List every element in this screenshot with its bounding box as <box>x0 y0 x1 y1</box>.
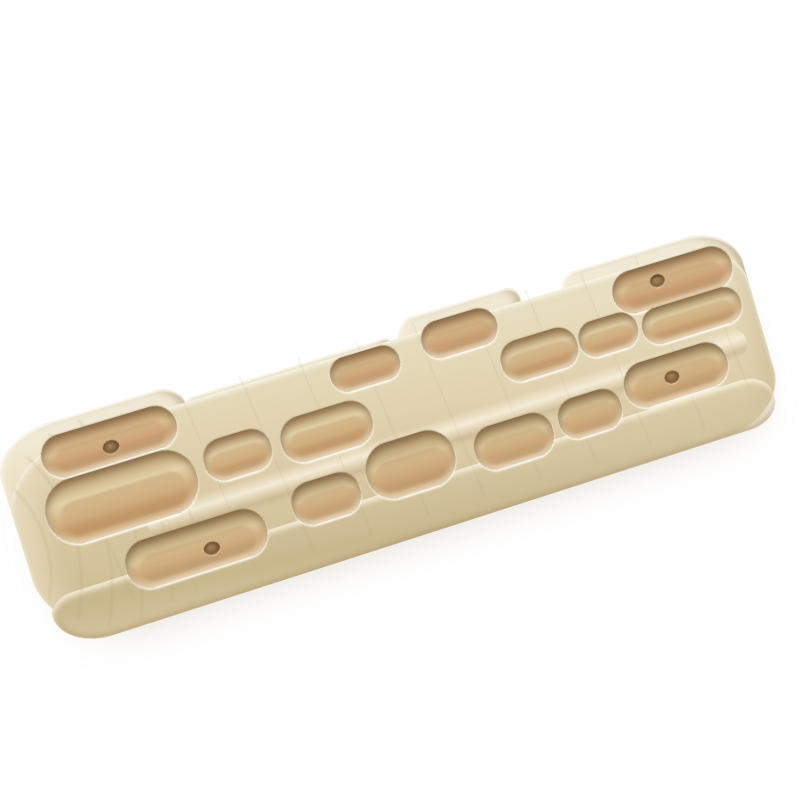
screw-hole <box>101 438 121 456</box>
middle-pocket-3 <box>496 323 583 386</box>
screw-hole <box>202 539 222 557</box>
top-center-tab-pocket <box>417 304 503 363</box>
bottom-pocket-1 <box>286 467 366 529</box>
middle-pocket-1 <box>198 424 277 485</box>
middle-pocket-2 <box>275 395 379 467</box>
bottom-right-end-slot <box>618 337 733 413</box>
top-small-pocket <box>326 341 405 395</box>
screw-hole <box>664 369 682 386</box>
hangboard <box>0 190 789 656</box>
product-photo <box>0 0 800 800</box>
bottom-center-slot <box>359 424 462 506</box>
bottom-pocket-2 <box>469 408 559 475</box>
pockets-layer <box>0 190 789 656</box>
middle-pocket-4 <box>574 308 642 361</box>
screw-hole <box>649 273 667 290</box>
bottom-pocket-3 <box>553 384 627 443</box>
